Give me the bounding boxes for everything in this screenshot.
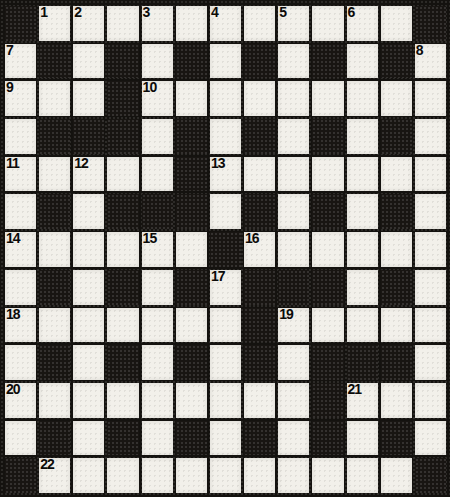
clue-number-1: 1: [40, 5, 47, 20]
white-cell-r10c5[interactable]: [142, 345, 173, 380]
white-cell-r13c3[interactable]: [73, 458, 104, 493]
white-cell-r7c3[interactable]: [73, 232, 104, 267]
white-cell-r12c9[interactable]: [278, 421, 309, 456]
white-cell-r5c13[interactable]: [415, 157, 446, 192]
black-cell-r2c2: [39, 44, 70, 79]
white-cell-r3c10[interactable]: [312, 81, 343, 116]
white-cell-r9c12[interactable]: [381, 308, 412, 343]
black-cell-r8c8: [244, 270, 275, 305]
white-cell-r3c1[interactable]: 9: [5, 81, 36, 116]
white-cell-r2c7[interactable]: [210, 44, 241, 79]
white-cell-r3c7[interactable]: [210, 81, 241, 116]
black-cell-r8c2: [39, 270, 70, 305]
white-cell-r2c5[interactable]: [142, 44, 173, 79]
white-cell-r6c11[interactable]: [347, 194, 378, 229]
white-cell-r9c7[interactable]: [210, 308, 241, 343]
white-cell-r2c13[interactable]: 8: [415, 44, 446, 79]
white-cell-r5c8[interactable]: [244, 157, 275, 192]
white-cell-r13c10[interactable]: [312, 458, 343, 493]
white-cell-r3c12[interactable]: [381, 81, 412, 116]
black-cell-r10c12: [381, 345, 412, 380]
white-cell-r1c8[interactable]: [244, 6, 275, 41]
white-cell-r4c11[interactable]: [347, 119, 378, 154]
white-cell-r9c13[interactable]: [415, 308, 446, 343]
white-cell-r12c1[interactable]: [5, 421, 36, 456]
white-cell-r12c3[interactable]: [73, 421, 104, 456]
white-cell-r1c9[interactable]: 5: [278, 6, 309, 41]
clue-number-14: 14: [6, 231, 20, 246]
white-cell-r13c6[interactable]: [176, 458, 207, 493]
black-cell-r2c12: [381, 44, 412, 79]
white-cell-r9c3[interactable]: [73, 308, 104, 343]
white-cell-r13c12[interactable]: [381, 458, 412, 493]
white-cell-r11c7[interactable]: [210, 383, 241, 418]
black-cell-r4c2: [39, 119, 70, 154]
white-cell-r10c3[interactable]: [73, 345, 104, 380]
white-cell-r13c2[interactable]: 22: [39, 458, 70, 493]
white-cell-r8c13[interactable]: [415, 270, 446, 305]
white-cell-r4c1[interactable]: [5, 119, 36, 154]
white-cell-r3c13[interactable]: [415, 81, 446, 116]
white-cell-r7c4[interactable]: [107, 232, 138, 267]
black-cell-r2c4: [107, 44, 138, 79]
white-cell-r11c11[interactable]: 21: [347, 383, 378, 418]
black-cell-r10c10: [312, 345, 343, 380]
clue-number-10: 10: [143, 80, 157, 95]
white-cell-r6c7[interactable]: [210, 194, 241, 229]
black-cell-r12c6: [176, 421, 207, 456]
white-cell-r5c7[interactable]: 13: [210, 157, 241, 192]
clue-number-21: 21: [348, 382, 362, 397]
white-cell-r4c5[interactable]: [142, 119, 173, 154]
white-cell-r8c7[interactable]: 17: [210, 270, 241, 305]
black-cell-r9c8: [244, 308, 275, 343]
white-cell-r3c5[interactable]: 10: [142, 81, 173, 116]
white-cell-r6c9[interactable]: [278, 194, 309, 229]
white-cell-r8c3[interactable]: [73, 270, 104, 305]
white-cell-r10c9[interactable]: [278, 345, 309, 380]
black-cell-r13c13: [415, 458, 446, 493]
white-cell-r12c13[interactable]: [415, 421, 446, 456]
white-cell-r4c9[interactable]: [278, 119, 309, 154]
white-cell-r11c8[interactable]: [244, 383, 275, 418]
white-cell-r12c11[interactable]: [347, 421, 378, 456]
white-cell-r9c9[interactable]: 19: [278, 308, 309, 343]
white-cell-r10c1[interactable]: [5, 345, 36, 380]
black-cell-r2c6: [176, 44, 207, 79]
white-cell-r9c6[interactable]: [176, 308, 207, 343]
black-cell-r12c12: [381, 421, 412, 456]
black-cell-r8c10: [312, 270, 343, 305]
white-cell-r12c7[interactable]: [210, 421, 241, 456]
white-cell-r13c8[interactable]: [244, 458, 275, 493]
white-cell-r5c5[interactable]: [142, 157, 173, 192]
black-cell-r10c4: [107, 345, 138, 380]
clue-number-13: 13: [211, 156, 225, 171]
black-cell-r6c5: [142, 194, 173, 229]
white-cell-r4c13[interactable]: [415, 119, 446, 154]
clue-number-4: 4: [211, 5, 218, 20]
white-cell-r10c13[interactable]: [415, 345, 446, 380]
black-cell-r4c10: [312, 119, 343, 154]
white-cell-r3c8[interactable]: [244, 81, 275, 116]
clue-number-5: 5: [279, 5, 286, 20]
white-cell-r11c6[interactable]: [176, 383, 207, 418]
black-cell-r6c6: [176, 194, 207, 229]
white-cell-r5c9[interactable]: [278, 157, 309, 192]
clue-number-17: 17: [211, 269, 225, 284]
white-cell-r5c10[interactable]: [312, 157, 343, 192]
white-cell-r7c6[interactable]: [176, 232, 207, 267]
white-cell-r13c11[interactable]: [347, 458, 378, 493]
white-cell-r1c12[interactable]: [381, 6, 412, 41]
white-cell-r2c3[interactable]: [73, 44, 104, 79]
white-cell-r13c7[interactable]: [210, 458, 241, 493]
black-cell-r11c10: [312, 383, 343, 418]
white-cell-r11c13[interactable]: [415, 383, 446, 418]
clue-number-16: 16: [245, 231, 259, 246]
white-cell-r2c11[interactable]: [347, 44, 378, 79]
white-cell-r3c11[interactable]: [347, 81, 378, 116]
clue-number-18: 18: [6, 307, 20, 322]
clue-number-20: 20: [6, 382, 20, 397]
white-cell-r6c13[interactable]: [415, 194, 446, 229]
white-cell-r13c9[interactable]: [278, 458, 309, 493]
white-cell-r9c10[interactable]: [312, 308, 343, 343]
white-cell-r9c11[interactable]: [347, 308, 378, 343]
white-cell-r11c9[interactable]: [278, 383, 309, 418]
black-cell-r13c1: [5, 458, 36, 493]
white-cell-r4c7[interactable]: [210, 119, 241, 154]
clue-number-3: 3: [143, 5, 150, 20]
black-cell-r4c12: [381, 119, 412, 154]
white-cell-r11c1[interactable]: 20: [5, 383, 36, 418]
black-cell-r12c4: [107, 421, 138, 456]
clue-number-11: 11: [6, 156, 19, 171]
white-cell-r11c2[interactable]: [39, 383, 70, 418]
black-cell-r4c6: [176, 119, 207, 154]
black-cell-r12c8: [244, 421, 275, 456]
white-cell-r7c9[interactable]: [278, 232, 309, 267]
white-cell-r2c1[interactable]: 7: [5, 44, 36, 79]
white-cell-r6c3[interactable]: [73, 194, 104, 229]
white-cell-r3c6[interactable]: [176, 81, 207, 116]
black-cell-r1c13: [415, 6, 446, 41]
clue-number-22: 22: [40, 457, 54, 472]
crossword-board: 12345678910111213141516171819202122: [0, 0, 450, 497]
clue-number-2: 2: [74, 5, 81, 20]
white-cell-r1c3[interactable]: 2: [73, 6, 104, 41]
clue-number-9: 9: [6, 80, 13, 95]
clue-number-7: 7: [6, 43, 13, 58]
black-cell-r8c9: [278, 270, 309, 305]
black-cell-r4c8: [244, 119, 275, 154]
black-cell-r10c11: [347, 345, 378, 380]
white-cell-r7c11[interactable]: [347, 232, 378, 267]
white-cell-r3c3[interactable]: [73, 81, 104, 116]
white-cell-r10c7[interactable]: [210, 345, 241, 380]
white-cell-r7c13[interactable]: [415, 232, 446, 267]
clue-number-8: 8: [416, 43, 423, 58]
black-cell-r6c4: [107, 194, 138, 229]
black-cell-r3c4: [107, 81, 138, 116]
white-cell-r3c9[interactable]: [278, 81, 309, 116]
white-cell-r9c1[interactable]: 18: [5, 308, 36, 343]
black-cell-r8c4: [107, 270, 138, 305]
white-cell-r5c11[interactable]: [347, 157, 378, 192]
clue-number-12: 12: [74, 156, 88, 171]
white-cell-r7c1[interactable]: 14: [5, 232, 36, 267]
white-cell-r12c5[interactable]: [142, 421, 173, 456]
black-cell-r10c2: [39, 345, 70, 380]
white-cell-r5c4[interactable]: [107, 157, 138, 192]
white-cell-r11c3[interactable]: [73, 383, 104, 418]
black-cell-r6c12: [381, 194, 412, 229]
black-cell-r7c7: [210, 232, 241, 267]
white-cell-r9c2[interactable]: [39, 308, 70, 343]
black-cell-r1c1: [5, 6, 36, 41]
white-cell-r5c3[interactable]: 12: [73, 157, 104, 192]
white-cell-r1c7[interactable]: 4: [210, 6, 241, 41]
black-cell-r10c8: [244, 345, 275, 380]
black-cell-r5c6: [176, 157, 207, 192]
black-cell-r6c2: [39, 194, 70, 229]
clue-number-6: 6: [348, 5, 355, 20]
white-cell-r7c10[interactable]: [312, 232, 343, 267]
white-cell-r5c2[interactable]: [39, 157, 70, 192]
white-cell-r13c4[interactable]: [107, 458, 138, 493]
black-cell-r4c3: [73, 119, 104, 154]
black-cell-r6c8: [244, 194, 275, 229]
black-cell-r12c2: [39, 421, 70, 456]
white-cell-r7c5[interactable]: 15: [142, 232, 173, 267]
white-cell-r5c12[interactable]: [381, 157, 412, 192]
white-cell-r1c2[interactable]: 1: [39, 6, 70, 41]
black-cell-r4c4: [107, 119, 138, 154]
black-cell-r2c8: [244, 44, 275, 79]
black-cell-r12c10: [312, 421, 343, 456]
white-cell-r9c5[interactable]: [142, 308, 173, 343]
white-cell-r11c12[interactable]: [381, 383, 412, 418]
clue-number-15: 15: [143, 231, 157, 246]
white-cell-r7c2[interactable]: [39, 232, 70, 267]
black-cell-r8c6: [176, 270, 207, 305]
black-cell-r8c12: [381, 270, 412, 305]
white-cell-r7c12[interactable]: [381, 232, 412, 267]
white-cell-r11c4[interactable]: [107, 383, 138, 418]
white-cell-r3c2[interactable]: [39, 81, 70, 116]
white-cell-r7c8[interactable]: 16: [244, 232, 275, 267]
white-cell-r5c1[interactable]: 11: [5, 157, 36, 192]
black-cell-r10c6: [176, 345, 207, 380]
white-cell-r8c5[interactable]: [142, 270, 173, 305]
black-cell-r6c10: [312, 194, 343, 229]
white-cell-r1c5[interactable]: 3: [142, 6, 173, 41]
white-cell-r1c4[interactable]: [107, 6, 138, 41]
white-cell-r13c5[interactable]: [142, 458, 173, 493]
white-cell-r1c6[interactable]: [176, 6, 207, 41]
white-cell-r1c10[interactable]: [312, 6, 343, 41]
black-cell-r2c10: [312, 44, 343, 79]
white-cell-r9c4[interactable]: [107, 308, 138, 343]
white-cell-r6c1[interactable]: [5, 194, 36, 229]
white-cell-r2c9[interactable]: [278, 44, 309, 79]
white-cell-r1c11[interactable]: 6: [347, 6, 378, 41]
white-cell-r8c11[interactable]: [347, 270, 378, 305]
clue-number-19: 19: [279, 307, 293, 322]
white-cell-r11c5[interactable]: [142, 383, 173, 418]
white-cell-r8c1[interactable]: [5, 270, 36, 305]
